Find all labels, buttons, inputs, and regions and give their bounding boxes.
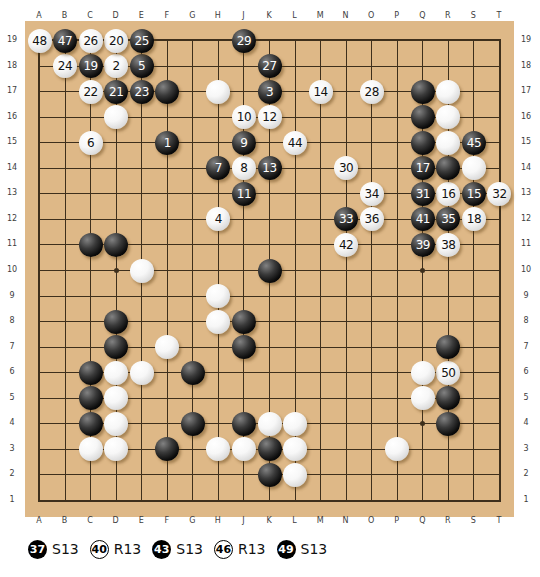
stone-F17 xyxy=(155,80,179,104)
stone-number: 32 xyxy=(492,188,506,200)
stone-H17 xyxy=(206,80,230,104)
stone-K18: 27 xyxy=(258,54,282,78)
stone-Q17 xyxy=(411,80,435,104)
stone-H8 xyxy=(206,310,230,334)
row-label-left: 9 xyxy=(2,291,22,301)
stone-O12: 36 xyxy=(360,207,384,231)
stone-number: 18 xyxy=(467,213,481,225)
caption-entry: 40R13 xyxy=(90,540,142,559)
column-label-top: Q xyxy=(412,11,432,21)
column-label-bottom: C xyxy=(80,516,100,526)
stone-B19: 47 xyxy=(53,29,77,53)
stone-number: 4 xyxy=(215,213,222,225)
stone-number: 7 xyxy=(215,162,222,174)
row-label-left: 3 xyxy=(2,444,22,454)
column-label-bottom: P xyxy=(387,516,407,526)
stone-T13: 32 xyxy=(487,182,511,206)
stone-C3 xyxy=(79,437,103,461)
stone-number: 35 xyxy=(441,213,455,225)
column-label-top: R xyxy=(438,11,458,21)
caption-stone-icon: 40 xyxy=(90,540,109,559)
stone-K2 xyxy=(258,463,282,487)
caption-stone-icon: 43 xyxy=(152,540,171,559)
stone-C18: 19 xyxy=(79,54,103,78)
column-label-bottom: R xyxy=(438,516,458,526)
row-label-left: 16 xyxy=(2,112,22,122)
row-label-left: 13 xyxy=(2,188,22,198)
stone-L4 xyxy=(283,412,307,436)
stone-number: 3 xyxy=(266,86,273,98)
row-label-right: 7 xyxy=(516,342,536,352)
row-label-right: 14 xyxy=(516,163,536,173)
column-label-top: O xyxy=(361,11,381,21)
column-label-top: T xyxy=(489,11,509,21)
caption-entry: 46R13 xyxy=(214,540,266,559)
stone-K4 xyxy=(258,412,282,436)
stone-N11: 42 xyxy=(334,233,358,257)
column-label-bottom: D xyxy=(106,516,126,526)
row-label-right: 3 xyxy=(516,444,536,454)
stone-number: 47 xyxy=(58,35,72,47)
caption-stone-icon: 49 xyxy=(277,540,296,559)
stone-number: 39 xyxy=(416,239,430,251)
column-label-top: C xyxy=(80,11,100,21)
stone-Q11: 39 xyxy=(411,233,435,257)
stone-D18: 2 xyxy=(104,54,128,78)
row-label-right: 8 xyxy=(516,316,536,326)
stone-number: 34 xyxy=(365,188,379,200)
column-label-top: B xyxy=(55,11,75,21)
stone-G6 xyxy=(181,361,205,385)
stone-S15: 45 xyxy=(462,131,486,155)
column-label-bottom: K xyxy=(259,516,279,526)
row-label-right: 5 xyxy=(516,393,536,403)
caption-point-label: S13 xyxy=(176,541,203,557)
stone-number: 19 xyxy=(83,60,97,72)
row-label-left: 1 xyxy=(2,495,22,505)
stone-number: 27 xyxy=(262,60,276,72)
stone-M17: 14 xyxy=(309,80,333,104)
stone-C17: 22 xyxy=(79,80,103,104)
caption-point-label: S13 xyxy=(301,541,328,557)
stone-C4 xyxy=(79,412,103,436)
column-label-top: S xyxy=(463,11,483,21)
stone-number: 29 xyxy=(237,35,251,47)
row-label-right: 6 xyxy=(516,367,536,377)
stone-C11 xyxy=(79,233,103,257)
caption-stone-icon: 37 xyxy=(28,540,47,559)
stone-number: 1 xyxy=(164,137,171,149)
go-diagram: AABBCCDDEEFFGGHHJJKKLLMMNNOOPPQQRRSSTT19… xyxy=(0,0,540,577)
stone-number: 2 xyxy=(113,60,120,72)
stone-number: 41 xyxy=(416,213,430,225)
column-label-bottom: B xyxy=(55,516,75,526)
column-label-bottom: Q xyxy=(412,516,432,526)
stone-number: 30 xyxy=(339,162,353,174)
column-label-bottom: E xyxy=(131,516,151,526)
row-label-left: 2 xyxy=(2,469,22,479)
caption-point-label: R13 xyxy=(114,541,142,557)
stone-O13: 34 xyxy=(360,182,384,206)
stone-O17: 28 xyxy=(360,80,384,104)
stone-R17 xyxy=(436,80,460,104)
stone-number: 33 xyxy=(339,213,353,225)
column-label-top: L xyxy=(285,11,305,21)
stone-J15: 9 xyxy=(232,131,256,155)
stone-number: 26 xyxy=(83,35,97,47)
row-label-right: 4 xyxy=(516,418,536,428)
column-label-top: G xyxy=(182,11,202,21)
stone-D6 xyxy=(104,361,128,385)
stone-number: 6 xyxy=(87,137,94,149)
stone-number: 8 xyxy=(240,162,247,174)
stone-number: 23 xyxy=(135,86,149,98)
stone-D17: 21 xyxy=(104,80,128,104)
go-board: AABBCCDDEEFFGGHHJJKKLLMMNNOOPPQQRRSSTT19… xyxy=(0,0,540,577)
row-label-right: 19 xyxy=(516,35,536,45)
stone-K17: 3 xyxy=(258,80,282,104)
stone-D19: 20 xyxy=(104,29,128,53)
stone-number: 9 xyxy=(240,137,247,149)
stone-B18: 24 xyxy=(53,54,77,78)
column-label-bottom: A xyxy=(29,516,49,526)
column-label-top: N xyxy=(336,11,356,21)
stone-number: 31 xyxy=(416,188,430,200)
stone-D8 xyxy=(104,310,128,334)
row-label-right: 1 xyxy=(516,495,536,505)
stone-E19: 25 xyxy=(130,29,154,53)
row-label-left: 5 xyxy=(2,393,22,403)
row-label-right: 10 xyxy=(516,265,536,275)
stone-D11 xyxy=(104,233,128,257)
stone-number: 14 xyxy=(313,86,327,98)
stone-Q6 xyxy=(411,361,435,385)
stone-S13: 15 xyxy=(462,182,486,206)
stone-number: 44 xyxy=(288,137,302,149)
row-label-left: 15 xyxy=(2,137,22,147)
stone-number: 48 xyxy=(32,35,46,47)
stone-number: 11 xyxy=(237,188,251,200)
stone-L15: 44 xyxy=(283,131,307,155)
stone-K16: 12 xyxy=(258,105,282,129)
row-label-left: 17 xyxy=(2,86,22,96)
stone-number: 20 xyxy=(109,35,123,47)
stone-K14: 13 xyxy=(258,156,282,180)
stone-K3 xyxy=(258,437,282,461)
stone-number: 42 xyxy=(339,239,353,251)
stone-number: 38 xyxy=(441,239,455,251)
stone-number: 22 xyxy=(83,86,97,98)
caption-entry: 49S13 xyxy=(277,540,328,559)
column-label-bottom: N xyxy=(336,516,356,526)
stone-Q5 xyxy=(411,386,435,410)
star-point xyxy=(114,268,119,273)
column-label-bottom: O xyxy=(361,516,381,526)
column-label-top: D xyxy=(106,11,126,21)
stone-J4 xyxy=(232,412,256,436)
row-label-left: 4 xyxy=(2,418,22,428)
stone-K10 xyxy=(258,259,282,283)
stone-R4 xyxy=(436,412,460,436)
column-label-top: M xyxy=(310,11,330,21)
stone-E17: 23 xyxy=(130,80,154,104)
caption-entry: 43S13 xyxy=(152,540,203,559)
stone-J8 xyxy=(232,310,256,334)
stone-A19: 48 xyxy=(28,29,52,53)
stone-number: 17 xyxy=(416,162,430,174)
row-label-left: 7 xyxy=(2,342,22,352)
caption-stone-icon: 46 xyxy=(214,540,233,559)
caption-entry: 37S13 xyxy=(28,540,79,559)
row-label-right: 9 xyxy=(516,291,536,301)
stone-E10 xyxy=(130,259,154,283)
stone-F15: 1 xyxy=(155,131,179,155)
stone-Q15 xyxy=(411,131,435,155)
stone-number: 21 xyxy=(109,86,123,98)
row-label-left: 10 xyxy=(2,265,22,275)
stone-E6 xyxy=(130,361,154,385)
column-label-bottom: L xyxy=(285,516,305,526)
stone-E18: 5 xyxy=(130,54,154,78)
row-label-left: 6 xyxy=(2,367,22,377)
stone-number: 16 xyxy=(441,188,455,200)
stone-R15 xyxy=(436,131,460,155)
stone-number: 45 xyxy=(467,137,481,149)
stone-number: 15 xyxy=(467,188,481,200)
column-label-bottom: S xyxy=(463,516,483,526)
column-label-top: P xyxy=(387,11,407,21)
row-label-right: 17 xyxy=(516,86,536,96)
column-label-bottom: G xyxy=(182,516,202,526)
caption-point-label: S13 xyxy=(52,541,79,557)
row-label-right: 13 xyxy=(516,188,536,198)
stone-number: 24 xyxy=(58,60,72,72)
stone-R13: 16 xyxy=(436,182,460,206)
column-label-bottom: F xyxy=(157,516,177,526)
column-label-top: J xyxy=(233,11,253,21)
row-label-right: 15 xyxy=(516,137,536,147)
stone-Q13: 31 xyxy=(411,182,435,206)
stone-C5 xyxy=(79,386,103,410)
row-label-left: 18 xyxy=(2,61,22,71)
stone-number: 12 xyxy=(262,111,276,123)
row-label-left: 8 xyxy=(2,316,22,326)
stone-Q12: 41 xyxy=(411,207,435,231)
row-label-left: 19 xyxy=(2,35,22,45)
stone-C15: 6 xyxy=(79,131,103,155)
move-caption: 37S1340R1343S1346R1349S13 xyxy=(28,538,338,560)
column-label-bottom: H xyxy=(208,516,228,526)
row-label-right: 12 xyxy=(516,214,536,224)
column-label-top: A xyxy=(29,11,49,21)
stone-D4 xyxy=(104,412,128,436)
stone-number: 13 xyxy=(262,162,276,174)
column-label-bottom: M xyxy=(310,516,330,526)
column-label-top: H xyxy=(208,11,228,21)
row-label-left: 12 xyxy=(2,214,22,224)
row-label-left: 11 xyxy=(2,239,22,249)
stone-Q14: 17 xyxy=(411,156,435,180)
row-label-right: 18 xyxy=(516,61,536,71)
column-label-bottom: T xyxy=(489,516,509,526)
column-label-top: E xyxy=(131,11,151,21)
row-label-right: 16 xyxy=(516,112,536,122)
stone-J7 xyxy=(232,335,256,359)
stone-number: 10 xyxy=(237,111,251,123)
column-label-top: F xyxy=(157,11,177,21)
stone-number: 5 xyxy=(138,60,145,72)
stone-J19: 29 xyxy=(232,29,256,53)
row-label-right: 2 xyxy=(516,469,536,479)
stone-C6 xyxy=(79,361,103,385)
stone-J16: 10 xyxy=(232,105,256,129)
column-label-top: K xyxy=(259,11,279,21)
stone-number: 36 xyxy=(365,213,379,225)
stone-G4 xyxy=(181,412,205,436)
stone-Q16 xyxy=(411,105,435,129)
row-label-right: 11 xyxy=(516,239,536,249)
caption-point-label: R13 xyxy=(238,541,266,557)
stone-C19: 26 xyxy=(79,29,103,53)
stone-L2 xyxy=(283,463,307,487)
row-label-left: 14 xyxy=(2,163,22,173)
stone-number: 25 xyxy=(135,35,149,47)
stone-R6: 50 xyxy=(436,361,460,385)
column-label-bottom: J xyxy=(233,516,253,526)
stone-J13: 11 xyxy=(232,182,256,206)
stone-number: 28 xyxy=(365,86,379,98)
stone-number: 50 xyxy=(441,367,455,379)
